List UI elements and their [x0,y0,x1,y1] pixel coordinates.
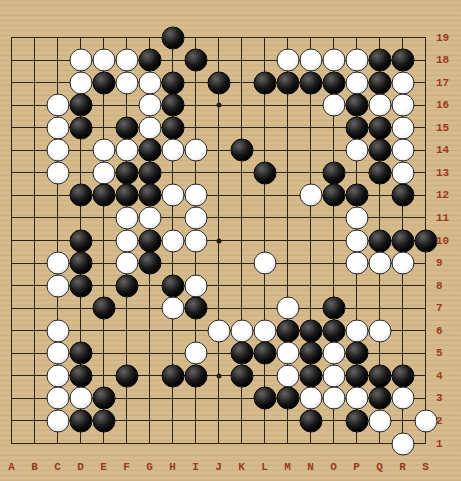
black-stone-p16[interactable] [345,94,368,117]
black-stone-n4[interactable] [299,364,322,387]
black-stone-p4[interactable] [345,364,368,387]
white-stone-i10[interactable] [184,229,207,252]
black-stone-d10[interactable] [69,229,92,252]
black-stone-n2[interactable] [299,409,322,432]
column-label-o: O [322,461,345,473]
column-label-e: E [92,461,115,473]
white-stone-f17[interactable] [115,71,138,94]
black-stone-f8[interactable] [115,274,138,297]
white-stone-r3[interactable] [391,387,414,410]
white-stone-i8[interactable] [184,274,207,297]
black-stone-l3[interactable] [253,387,276,410]
black-stone-k5[interactable] [230,342,253,365]
black-stone-h8[interactable] [161,274,184,297]
white-stone-g16[interactable] [138,94,161,117]
black-stone-e12[interactable] [92,184,115,207]
white-stone-p10[interactable] [345,229,368,252]
column-label-c: C [46,461,69,473]
black-stone-g9[interactable] [138,252,161,275]
white-stone-i5[interactable] [184,342,207,365]
black-stone-d9[interactable] [69,252,92,275]
row-label-5: 5 [436,347,460,359]
black-stone-q13[interactable] [368,161,391,184]
black-stone-s10[interactable] [414,229,437,252]
white-stone-q9[interactable] [368,252,391,275]
black-stone-d8[interactable] [69,274,92,297]
row-label-11: 11 [436,212,460,224]
white-stone-r1[interactable] [391,432,414,455]
row-label-3: 3 [436,392,460,404]
black-stone-r10[interactable] [391,229,414,252]
black-stone-o7[interactable] [322,297,345,320]
white-stone-f14[interactable] [115,139,138,162]
white-stone-g15[interactable] [138,116,161,139]
black-stone-q14[interactable] [368,139,391,162]
white-stone-c16[interactable] [46,94,69,117]
column-label-k: K [230,461,253,473]
black-stone-o12[interactable] [322,184,345,207]
white-stone-o18[interactable] [322,49,345,72]
white-stone-q2[interactable] [368,409,391,432]
white-stone-c9[interactable] [46,252,69,275]
white-stone-d18[interactable] [69,49,92,72]
black-stone-m6[interactable] [276,319,299,342]
black-stone-e2[interactable] [92,409,115,432]
white-stone-f10[interactable] [115,229,138,252]
black-stone-e7[interactable] [92,297,115,320]
white-stone-d17[interactable] [69,71,92,94]
white-stone-o4[interactable] [322,364,345,387]
black-stone-n5[interactable] [299,342,322,365]
white-stone-g17[interactable] [138,71,161,94]
white-stone-e14[interactable] [92,139,115,162]
black-stone-f13[interactable] [115,161,138,184]
white-stone-h14[interactable] [161,139,184,162]
black-stone-q3[interactable] [368,387,391,410]
white-stone-o3[interactable] [322,387,345,410]
row-label-4: 4 [436,370,460,382]
grid-vertical-line [264,37,265,444]
black-stone-o17[interactable] [322,71,345,94]
go-board-screenshot: ABCDEFGHIJKLMNOPQRS191817161514131211109… [0,0,461,481]
black-stone-e17[interactable] [92,71,115,94]
white-stone-p18[interactable] [345,49,368,72]
white-stone-m7[interactable] [276,297,299,320]
column-label-b: B [23,461,46,473]
row-label-9: 9 [436,257,460,269]
row-label-17: 17 [436,77,460,89]
row-label-13: 13 [436,167,460,179]
black-stone-l17[interactable] [253,71,276,94]
grid-horizontal-line [11,443,426,444]
white-stone-f18[interactable] [115,49,138,72]
white-stone-m18[interactable] [276,49,299,72]
white-stone-p14[interactable] [345,139,368,162]
white-stone-r9[interactable] [391,252,414,275]
black-stone-e3[interactable] [92,387,115,410]
white-stone-c13[interactable] [46,161,69,184]
white-stone-e13[interactable] [92,161,115,184]
column-label-j: J [207,461,230,473]
black-stone-k14[interactable] [230,139,253,162]
white-stone-q6[interactable] [368,319,391,342]
black-stone-i18[interactable] [184,49,207,72]
black-stone-p12[interactable] [345,184,368,207]
white-stone-c5[interactable] [46,342,69,365]
row-label-16: 16 [436,99,460,111]
white-stone-g11[interactable] [138,206,161,229]
white-stone-e18[interactable] [92,49,115,72]
black-stone-o13[interactable] [322,161,345,184]
white-stone-r17[interactable] [391,71,414,94]
white-stone-c6[interactable] [46,319,69,342]
black-stone-d5[interactable] [69,342,92,365]
row-label-18: 18 [436,54,460,66]
white-stone-n18[interactable] [299,49,322,72]
column-label-n: N [299,461,322,473]
black-stone-l5[interactable] [253,342,276,365]
white-stone-f11[interactable] [115,206,138,229]
white-stone-r13[interactable] [391,161,414,184]
black-stone-i7[interactable] [184,297,207,320]
black-stone-g13[interactable] [138,161,161,184]
black-stone-h17[interactable] [161,71,184,94]
white-stone-l9[interactable] [253,252,276,275]
white-stone-p9[interactable] [345,252,368,275]
white-stone-h12[interactable] [161,184,184,207]
column-label-h: H [161,461,184,473]
white-stone-o5[interactable] [322,342,345,365]
column-label-p: P [345,461,368,473]
column-label-s: S [414,461,437,473]
white-stone-i12[interactable] [184,184,207,207]
white-stone-o16[interactable] [322,94,345,117]
black-stone-k4[interactable] [230,364,253,387]
white-stone-c14[interactable] [46,139,69,162]
black-stone-n6[interactable] [299,319,322,342]
row-label-6: 6 [436,325,460,337]
row-label-8: 8 [436,280,460,292]
white-stone-c8[interactable] [46,274,69,297]
column-label-f: F [115,461,138,473]
black-stone-p15[interactable] [345,116,368,139]
black-stone-q15[interactable] [368,116,391,139]
black-stone-r4[interactable] [391,364,414,387]
white-stone-j6[interactable] [207,319,230,342]
star-point-j4 [216,373,221,378]
black-stone-d4[interactable] [69,364,92,387]
white-stone-h10[interactable] [161,229,184,252]
column-label-m: M [276,461,299,473]
white-stone-n12[interactable] [299,184,322,207]
column-label-i: I [184,461,207,473]
white-stone-p6[interactable] [345,319,368,342]
column-label-l: L [253,461,276,473]
black-stone-q4[interactable] [368,364,391,387]
black-stone-h16[interactable] [161,94,184,117]
black-stone-f4[interactable] [115,364,138,387]
white-stone-q16[interactable] [368,94,391,117]
black-stone-p5[interactable] [345,342,368,365]
white-stone-p11[interactable] [345,206,368,229]
star-point-j16 [216,103,221,108]
row-label-19: 19 [436,32,460,44]
black-stone-q17[interactable] [368,71,391,94]
white-stone-m4[interactable] [276,364,299,387]
row-label-2: 2 [436,415,460,427]
white-stone-r15[interactable] [391,116,414,139]
column-label-d: D [69,461,92,473]
black-stone-d12[interactable] [69,184,92,207]
white-stone-r14[interactable] [391,139,414,162]
black-stone-g18[interactable] [138,49,161,72]
column-label-g: G [138,461,161,473]
row-label-12: 12 [436,189,460,201]
black-stone-r18[interactable] [391,49,414,72]
column-label-a: A [0,461,23,473]
white-stone-n3[interactable] [299,387,322,410]
white-stone-p3[interactable] [345,387,368,410]
white-stone-s2[interactable] [414,409,437,432]
white-stone-h7[interactable] [161,297,184,320]
row-label-14: 14 [436,144,460,156]
row-label-1: 1 [436,438,460,450]
white-stone-d3[interactable] [69,387,92,410]
white-stone-p17[interactable] [345,71,368,94]
black-stone-d2[interactable] [69,409,92,432]
white-stone-c4[interactable] [46,364,69,387]
black-stone-m3[interactable] [276,387,299,410]
grid-horizontal-line [11,308,426,309]
white-stone-c2[interactable] [46,409,69,432]
black-stone-m17[interactable] [276,71,299,94]
white-stone-c15[interactable] [46,116,69,139]
black-stone-p2[interactable] [345,409,368,432]
white-stone-l6[interactable] [253,319,276,342]
black-stone-n17[interactable] [299,71,322,94]
black-stone-h19[interactable] [161,26,184,49]
white-stone-c3[interactable] [46,387,69,410]
row-label-10: 10 [436,235,460,247]
black-stone-g10[interactable] [138,229,161,252]
black-stone-f15[interactable] [115,116,138,139]
black-stone-i4[interactable] [184,364,207,387]
black-stone-d16[interactable] [69,94,92,117]
white-stone-f9[interactable] [115,252,138,275]
black-stone-d15[interactable] [69,116,92,139]
white-stone-r16[interactable] [391,94,414,117]
column-label-q: Q [368,461,391,473]
white-stone-m5[interactable] [276,342,299,365]
black-stone-l13[interactable] [253,161,276,184]
black-stone-g12[interactable] [138,184,161,207]
white-stone-i11[interactable] [184,206,207,229]
black-stone-g14[interactable] [138,139,161,162]
column-label-r: R [391,461,414,473]
star-point-j10 [216,238,221,243]
row-label-15: 15 [436,122,460,134]
white-stone-i14[interactable] [184,139,207,162]
black-stone-q10[interactable] [368,229,391,252]
black-stone-j17[interactable] [207,71,230,94]
black-stone-r12[interactable] [391,184,414,207]
row-label-7: 7 [436,302,460,314]
white-stone-k6[interactable] [230,319,253,342]
black-stone-q18[interactable] [368,49,391,72]
black-stone-f12[interactable] [115,184,138,207]
black-stone-h4[interactable] [161,364,184,387]
black-stone-h15[interactable] [161,116,184,139]
black-stone-o6[interactable] [322,319,345,342]
